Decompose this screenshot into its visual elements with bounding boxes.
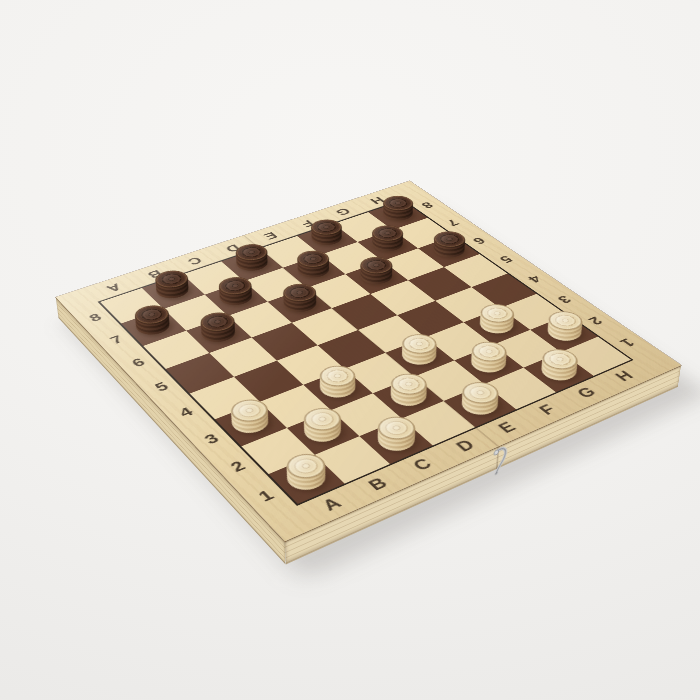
checker-light-a1[interactable] — [280, 462, 332, 496]
checker-light-a3[interactable] — [226, 408, 275, 439]
checker-dark-h6[interactable] — [427, 240, 470, 262]
photo-background: ABCDEFGH ABCDEFGH 87654321 87654321 — [0, 0, 700, 700]
checker-light-d2[interactable] — [384, 383, 433, 412]
checker-dark-f6[interactable] — [355, 266, 399, 289]
checker-light-g1[interactable] — [534, 358, 583, 386]
checker-dark-g7[interactable] — [366, 234, 408, 256]
checker-dark-b8[interactable] — [151, 280, 194, 304]
checker-light-e3[interactable] — [396, 343, 443, 370]
scene: ABCDEFGH ABCDEFGH 87654321 87654321 — [0, 0, 700, 700]
checker-light-h2[interactable] — [541, 320, 588, 346]
wooden-board: ABCDEFGH ABCDEFGH 87654321 87654321 — [56, 181, 681, 541]
checker-dark-d8[interactable] — [231, 253, 273, 275]
checker-dark-f8[interactable] — [306, 229, 348, 250]
checker-light-e1[interactable] — [455, 391, 505, 421]
checker-light-c1[interactable] — [370, 425, 421, 457]
checker-light-b2[interactable] — [298, 417, 348, 448]
board-top: ABCDEFGH ABCDEFGH 87654321 87654321 — [56, 181, 681, 541]
checker-light-f2[interactable] — [464, 351, 512, 378]
checker-dark-e7[interactable] — [292, 260, 335, 283]
checker-light-g3[interactable] — [473, 313, 519, 338]
checker-dark-d6[interactable] — [277, 293, 321, 317]
checker-dark-h8[interactable] — [378, 205, 419, 225]
